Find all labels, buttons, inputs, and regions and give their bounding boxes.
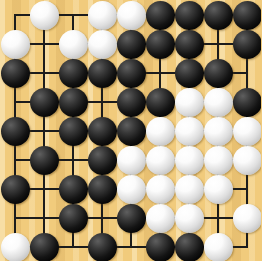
black-stone[interactable] [117,30,146,59]
white-stone[interactable] [175,175,204,204]
black-stone[interactable] [233,1,262,30]
black-stone[interactable] [59,175,88,204]
black-stone[interactable] [117,59,146,88]
go-board[interactable] [0,0,261,261]
white-stone[interactable] [204,88,233,117]
black-stone[interactable] [1,175,30,204]
black-stone[interactable] [30,233,59,261]
black-stone[interactable] [59,59,88,88]
black-stone[interactable] [88,146,117,175]
black-stone[interactable] [146,88,175,117]
black-stone[interactable] [1,59,30,88]
white-stone[interactable] [204,117,233,146]
white-stone[interactable] [146,175,175,204]
white-stone[interactable] [88,30,117,59]
black-stone[interactable] [204,59,233,88]
white-stone[interactable] [233,204,262,233]
white-stone[interactable] [30,1,59,30]
black-stone[interactable] [146,233,175,261]
black-stone[interactable] [59,88,88,117]
black-stone[interactable] [175,1,204,30]
black-stone[interactable] [30,146,59,175]
black-stone[interactable] [88,59,117,88]
black-stone[interactable] [59,117,88,146]
white-stone[interactable] [233,117,262,146]
white-stone[interactable] [204,233,233,261]
white-stone[interactable] [146,204,175,233]
white-stone[interactable] [233,146,262,175]
black-stone[interactable] [175,59,204,88]
white-stone[interactable] [117,146,146,175]
white-stone[interactable] [117,175,146,204]
black-stone[interactable] [88,117,117,146]
black-stone[interactable] [175,233,204,261]
black-stone[interactable] [233,30,262,59]
black-stone[interactable] [146,1,175,30]
white-stone[interactable] [88,1,117,30]
black-stone[interactable] [175,30,204,59]
white-stone[interactable] [146,117,175,146]
black-stone[interactable] [30,88,59,117]
white-stone[interactable] [146,146,175,175]
white-stone[interactable] [204,175,233,204]
black-stone[interactable] [204,1,233,30]
black-stone[interactable] [146,30,175,59]
white-stone[interactable] [175,88,204,117]
black-stone[interactable] [117,117,146,146]
white-stone[interactable] [1,233,30,261]
white-stone[interactable] [175,146,204,175]
white-stone[interactable] [204,146,233,175]
white-stone[interactable] [1,30,30,59]
black-stone[interactable] [233,88,262,117]
black-stone[interactable] [88,175,117,204]
black-stone[interactable] [117,88,146,117]
black-stone[interactable] [59,204,88,233]
black-stone[interactable] [117,204,146,233]
white-stone[interactable] [59,30,88,59]
black-stone[interactable] [1,117,30,146]
black-stone[interactable] [88,233,117,261]
white-stone[interactable] [117,1,146,30]
white-stone[interactable] [175,204,204,233]
white-stone[interactable] [175,117,204,146]
